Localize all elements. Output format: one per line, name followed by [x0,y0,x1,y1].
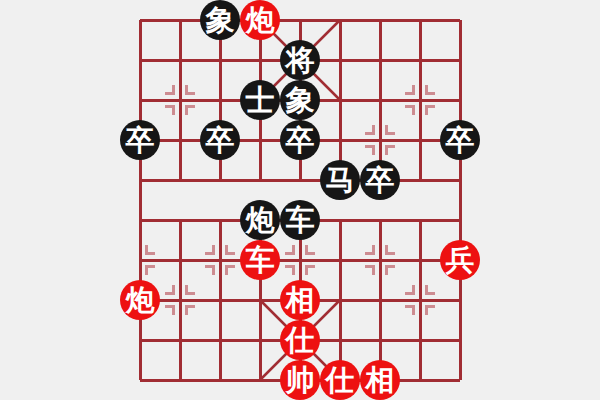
piece-red-advisor-2[interactable]: 仕 [320,360,360,400]
piece-red-advisor-1[interactable]: 仕 [280,320,320,360]
piece-black-chariot[interactable]: 车 [280,200,320,240]
piece-red-chariot[interactable]: 车 [240,240,280,280]
piece-red-elephant-2[interactable]: 相 [360,360,400,400]
piece-black-soldier-5[interactable]: 卒 [360,160,400,200]
piece-black-advisor[interactable]: 士 [240,80,280,120]
piece-black-horse[interactable]: 马 [320,160,360,200]
xiangqi-board: 象炮将士象卒卒卒卒马卒炮车车兵炮相仕帅仕相 [120,0,480,400]
piece-black-elephant-2[interactable]: 象 [280,80,320,120]
piece-black-soldier-4[interactable]: 卒 [440,120,480,160]
piece-black-general[interactable]: 将 [280,40,320,80]
piece-red-cannon-2[interactable]: 炮 [120,280,160,320]
piece-red-cannon-1[interactable]: 炮 [240,0,280,40]
piece-black-soldier-3[interactable]: 卒 [280,120,320,160]
xiangqi-app-screen: 象炮将士象卒卒卒卒马卒炮车车兵炮相仕帅仕相 [0,0,600,400]
piece-black-cannon[interactable]: 炮 [240,200,280,240]
piece-red-elephant-1[interactable]: 相 [280,280,320,320]
piece-red-soldier[interactable]: 兵 [440,240,480,280]
piece-red-general[interactable]: 帅 [280,360,320,400]
piece-black-soldier-1[interactable]: 卒 [120,120,160,160]
piece-black-elephant-1[interactable]: 象 [200,0,240,40]
piece-black-soldier-2[interactable]: 卒 [200,120,240,160]
